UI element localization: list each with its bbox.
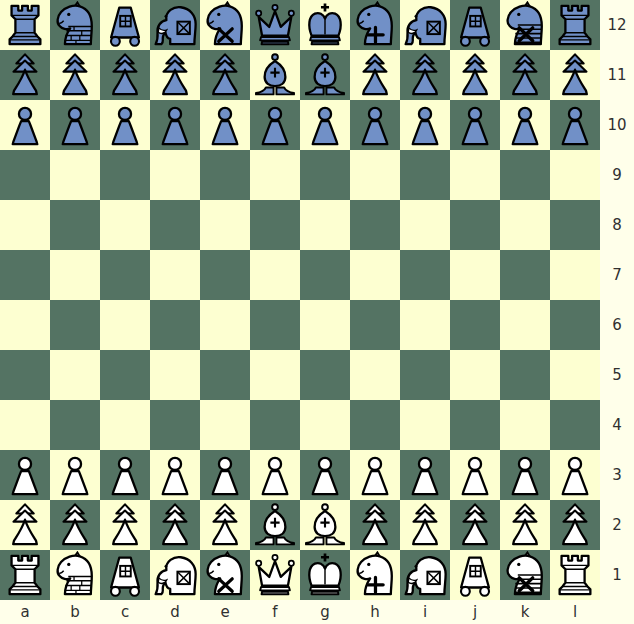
square-b5[interactable] [50, 350, 100, 400]
piece-black-bishop [301, 51, 349, 99]
square-k11[interactable] [500, 50, 550, 100]
piece-white-lance [151, 501, 199, 549]
square-h9[interactable] [350, 150, 400, 200]
square-l1[interactable] [550, 550, 600, 600]
square-i9[interactable] [400, 150, 450, 200]
piece-black-cannon [451, 1, 499, 49]
piece-black-pawn [1, 101, 49, 149]
square-k1[interactable] [500, 550, 550, 600]
square-a10[interactable] [0, 100, 50, 150]
piece-white-queen [251, 551, 299, 599]
rank-label-7: 7 [600, 250, 634, 300]
square-a6[interactable] [0, 300, 50, 350]
square-f7[interactable] [250, 250, 300, 300]
rank-label-9: 9 [600, 150, 634, 200]
square-i5[interactable] [400, 350, 450, 400]
piece-black-knight-x [201, 1, 249, 49]
piece-white-lance [401, 501, 449, 549]
square-e4[interactable] [200, 400, 250, 450]
file-label-c: c [100, 600, 150, 624]
rank-labels-column: 121110987654321 [600, 0, 634, 600]
square-l9[interactable] [550, 150, 600, 200]
square-e8[interactable] [200, 200, 250, 250]
square-j12[interactable] [450, 0, 500, 50]
piece-black-lance [51, 51, 99, 99]
square-a11[interactable] [0, 50, 50, 100]
file-label-h: h [350, 600, 400, 624]
square-j6[interactable] [450, 300, 500, 350]
piece-black-pawn [401, 101, 449, 149]
piece-white-pawn [351, 451, 399, 499]
file-label-e: e [200, 600, 250, 624]
square-a3[interactable] [0, 450, 50, 500]
square-d1[interactable] [150, 550, 200, 600]
square-c10[interactable] [100, 100, 150, 150]
square-g3[interactable] [300, 450, 350, 500]
square-k3[interactable] [500, 450, 550, 500]
piece-white-pawn [1, 451, 49, 499]
file-label-b: b [50, 600, 100, 624]
file-label-i: i [400, 600, 450, 624]
piece-white-pawn [401, 451, 449, 499]
square-a4[interactable] [0, 400, 50, 450]
piece-black-lance [551, 51, 599, 99]
piece-black-pawn [301, 101, 349, 149]
square-k8[interactable] [500, 200, 550, 250]
square-a8[interactable] [0, 200, 50, 250]
square-b10[interactable] [50, 100, 100, 150]
square-l5[interactable] [550, 350, 600, 400]
square-h6[interactable] [350, 300, 400, 350]
square-c8[interactable] [100, 200, 150, 250]
square-j4[interactable] [450, 400, 500, 450]
square-a7[interactable] [0, 250, 50, 300]
square-l12[interactable] [550, 0, 600, 50]
square-c2[interactable] [100, 500, 150, 550]
piece-white-bishop [301, 501, 349, 549]
piece-black-pawn [151, 101, 199, 149]
piece-black-rook [1, 1, 49, 49]
square-e7[interactable] [200, 250, 250, 300]
rank-label-10: 10 [600, 100, 634, 150]
square-g9[interactable] [300, 150, 350, 200]
square-b1[interactable] [50, 550, 100, 600]
square-j1[interactable] [450, 550, 500, 600]
square-h3[interactable] [350, 450, 400, 500]
piece-white-pawn [101, 451, 149, 499]
square-f1[interactable] [250, 550, 300, 600]
piece-black-lance [101, 51, 149, 99]
square-c1[interactable] [100, 550, 150, 600]
square-h4[interactable] [350, 400, 400, 450]
file-label-k: k [500, 600, 550, 624]
piece-black-knight [51, 1, 99, 49]
piece-black-king [301, 1, 349, 49]
square-i1[interactable] [400, 550, 450, 600]
square-d11[interactable] [150, 50, 200, 100]
square-d8[interactable] [150, 200, 200, 250]
piece-black-pawn [251, 101, 299, 149]
square-c6[interactable] [100, 300, 150, 350]
piece-white-pawn [201, 451, 249, 499]
square-g5[interactable] [300, 350, 350, 400]
file-label-f: f [250, 600, 300, 624]
square-g6[interactable] [300, 300, 350, 350]
square-k10[interactable] [500, 100, 550, 150]
file-label-d: d [150, 600, 200, 624]
square-f2[interactable] [250, 500, 300, 550]
corner-spacer [600, 600, 634, 624]
piece-black-lance [151, 51, 199, 99]
square-k4[interactable] [500, 400, 550, 450]
square-b6[interactable] [50, 300, 100, 350]
piece-black-zebra-x [501, 1, 549, 49]
square-d4[interactable] [150, 400, 200, 450]
piece-black-elephant [401, 1, 449, 49]
square-b11[interactable] [50, 50, 100, 100]
square-h7[interactable] [350, 250, 400, 300]
square-a9[interactable] [0, 150, 50, 200]
square-e5[interactable] [200, 350, 250, 400]
square-e11[interactable] [200, 50, 250, 100]
square-a2[interactable] [0, 500, 50, 550]
square-f11[interactable] [250, 50, 300, 100]
piece-black-lance [401, 51, 449, 99]
square-h10[interactable] [350, 100, 400, 150]
piece-white-pawn [251, 451, 299, 499]
piece-black-lance [1, 51, 49, 99]
piece-black-cannon [101, 1, 149, 49]
square-e1[interactable] [200, 550, 250, 600]
piece-black-bishop [251, 51, 299, 99]
file-label-l: l [550, 600, 600, 624]
square-b9[interactable] [50, 150, 100, 200]
piece-black-elephant [151, 1, 199, 49]
square-c11[interactable] [100, 50, 150, 100]
rank-label-3: 3 [600, 450, 634, 500]
square-j9[interactable] [450, 150, 500, 200]
square-f6[interactable] [250, 300, 300, 350]
square-i11[interactable] [400, 50, 450, 100]
square-d7[interactable] [150, 250, 200, 300]
piece-white-pawn [51, 451, 99, 499]
piece-white-lance [501, 501, 549, 549]
piece-white-pawn [151, 451, 199, 499]
square-k12[interactable] [500, 0, 550, 50]
rank-label-11: 11 [600, 50, 634, 100]
square-i4[interactable] [400, 400, 450, 450]
square-i12[interactable] [400, 0, 450, 50]
piece-black-pawn [351, 101, 399, 149]
square-j10[interactable] [450, 100, 500, 150]
square-e3[interactable] [200, 450, 250, 500]
piece-white-bishop [251, 501, 299, 549]
square-d10[interactable] [150, 100, 200, 150]
square-i8[interactable] [400, 200, 450, 250]
square-j8[interactable] [450, 200, 500, 250]
square-l7[interactable] [550, 250, 600, 300]
piece-white-lance [51, 501, 99, 549]
piece-white-cannon [101, 551, 149, 599]
piece-black-lance [201, 51, 249, 99]
square-d12[interactable] [150, 0, 200, 50]
square-i2[interactable] [400, 500, 450, 550]
piece-white-lance [201, 501, 249, 549]
piece-black-knight-plus [351, 1, 399, 49]
piece-white-knight-x [201, 551, 249, 599]
piece-black-rook [551, 1, 599, 49]
square-d2[interactable] [150, 500, 200, 550]
rank-label-2: 2 [600, 500, 634, 550]
rank-label-6: 6 [600, 300, 634, 350]
piece-black-pawn [101, 101, 149, 149]
piece-white-pawn [551, 451, 599, 499]
piece-white-lance [101, 501, 149, 549]
square-g4[interactable] [300, 400, 350, 450]
file-label-a: a [0, 600, 50, 624]
square-a1[interactable] [0, 550, 50, 600]
square-i3[interactable] [400, 450, 450, 500]
square-j11[interactable] [450, 50, 500, 100]
piece-white-lance [351, 501, 399, 549]
square-b3[interactable] [50, 450, 100, 500]
file-labels-row: abcdefghijkl [0, 600, 600, 624]
piece-white-lance [451, 501, 499, 549]
square-e12[interactable] [200, 0, 250, 50]
square-h11[interactable] [350, 50, 400, 100]
square-h5[interactable] [350, 350, 400, 400]
rank-label-5: 5 [600, 350, 634, 400]
square-b7[interactable] [50, 250, 100, 300]
square-k9[interactable] [500, 150, 550, 200]
square-l4[interactable] [550, 400, 600, 450]
square-b2[interactable] [50, 500, 100, 550]
square-e2[interactable] [200, 500, 250, 550]
piece-black-pawn [551, 101, 599, 149]
square-g11[interactable] [300, 50, 350, 100]
square-j3[interactable] [450, 450, 500, 500]
square-j7[interactable] [450, 250, 500, 300]
square-d6[interactable] [150, 300, 200, 350]
square-k2[interactable] [500, 500, 550, 550]
square-b4[interactable] [50, 400, 100, 450]
piece-white-pawn [451, 451, 499, 499]
square-g1[interactable] [300, 550, 350, 600]
square-k5[interactable] [500, 350, 550, 400]
square-c9[interactable] [100, 150, 150, 200]
square-g8[interactable] [300, 200, 350, 250]
piece-white-lance [1, 501, 49, 549]
square-j5[interactable] [450, 350, 500, 400]
square-g2[interactable] [300, 500, 350, 550]
chess-board [0, 0, 600, 600]
piece-black-lance [501, 51, 549, 99]
square-d9[interactable] [150, 150, 200, 200]
square-h2[interactable] [350, 500, 400, 550]
piece-white-king [301, 551, 349, 599]
piece-black-lance [451, 51, 499, 99]
xboard-window: 121110987654321 abcdefghijkl [0, 0, 634, 624]
square-c3[interactable] [100, 450, 150, 500]
piece-white-knight [51, 551, 99, 599]
rank-label-12: 12 [600, 0, 634, 50]
square-l10[interactable] [550, 100, 600, 150]
square-l8[interactable] [550, 200, 600, 250]
square-i10[interactable] [400, 100, 450, 150]
piece-black-pawn [451, 101, 499, 149]
file-label-j: j [450, 600, 500, 624]
piece-white-elephant [151, 551, 199, 599]
piece-black-queen [251, 1, 299, 49]
square-f4[interactable] [250, 400, 300, 450]
square-d3[interactable] [150, 450, 200, 500]
square-a5[interactable] [0, 350, 50, 400]
square-h12[interactable] [350, 0, 400, 50]
square-j2[interactable] [450, 500, 500, 550]
piece-black-pawn [51, 101, 99, 149]
square-h8[interactable] [350, 200, 400, 250]
file-label-g: g [300, 600, 350, 624]
square-b8[interactable] [50, 200, 100, 250]
square-a12[interactable] [0, 0, 50, 50]
square-f3[interactable] [250, 450, 300, 500]
square-i7[interactable] [400, 250, 450, 300]
square-g12[interactable] [300, 0, 350, 50]
square-c12[interactable] [100, 0, 150, 50]
piece-white-rook [551, 551, 599, 599]
square-f8[interactable] [250, 200, 300, 250]
square-k7[interactable] [500, 250, 550, 300]
square-e9[interactable] [200, 150, 250, 200]
square-e10[interactable] [200, 100, 250, 150]
rank-label-1: 1 [600, 550, 634, 600]
square-f5[interactable] [250, 350, 300, 400]
piece-white-pawn [301, 451, 349, 499]
square-b12[interactable] [50, 0, 100, 50]
square-l11[interactable] [550, 50, 600, 100]
square-k6[interactable] [500, 300, 550, 350]
piece-black-pawn [201, 101, 249, 149]
square-g7[interactable] [300, 250, 350, 300]
square-i6[interactable] [400, 300, 450, 350]
rank-label-4: 4 [600, 400, 634, 450]
square-c4[interactable] [100, 400, 150, 450]
square-c5[interactable] [100, 350, 150, 400]
square-f12[interactable] [250, 0, 300, 50]
piece-white-zebra-x [501, 551, 549, 599]
square-f10[interactable] [250, 100, 300, 150]
piece-black-lance [351, 51, 399, 99]
piece-black-pawn [501, 101, 549, 149]
piece-white-lance [551, 501, 599, 549]
piece-white-cannon [451, 551, 499, 599]
square-e6[interactable] [200, 300, 250, 350]
piece-white-elephant [401, 551, 449, 599]
square-f9[interactable] [250, 150, 300, 200]
piece-white-pawn [501, 451, 549, 499]
square-c7[interactable] [100, 250, 150, 300]
square-g10[interactable] [300, 100, 350, 150]
square-l2[interactable] [550, 500, 600, 550]
square-d5[interactable] [150, 350, 200, 400]
rank-label-8: 8 [600, 200, 634, 250]
square-h1[interactable] [350, 550, 400, 600]
piece-white-knight-plus [351, 551, 399, 599]
square-l3[interactable] [550, 450, 600, 500]
square-l6[interactable] [550, 300, 600, 350]
piece-white-rook [1, 551, 49, 599]
